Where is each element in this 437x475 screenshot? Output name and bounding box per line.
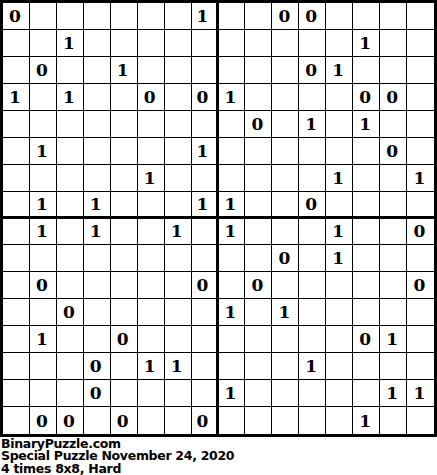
cell-r5c7[interactable]: [165, 111, 192, 138]
cell-r8c5[interactable]: [111, 192, 138, 219]
cell-r8c8: 1: [192, 192, 219, 219]
cell-r11c2: 0: [30, 272, 57, 299]
cell-r1c16[interactable]: [407, 3, 434, 30]
cell-r16c7[interactable]: [165, 407, 192, 434]
cell-r11c16: 0: [407, 272, 434, 299]
cell-r6c15: 0: [380, 138, 407, 165]
cell-r8c15[interactable]: [380, 192, 407, 219]
cell-r13c9[interactable]: [219, 326, 246, 353]
cell-r1c7[interactable]: [165, 3, 192, 30]
cell-r11c14[interactable]: [353, 272, 380, 299]
cell-r16c11[interactable]: [272, 407, 299, 434]
cell-r4c5[interactable]: [111, 84, 138, 111]
cell-r8c14[interactable]: [353, 192, 380, 219]
cell-r10c9[interactable]: [219, 245, 246, 272]
cell-r8c2: 1: [30, 192, 57, 219]
cell-r6c4[interactable]: [84, 138, 111, 165]
cell-r2c6[interactable]: [138, 30, 165, 57]
cell-r6c8: 1: [192, 138, 219, 165]
cell-r5c12: 1: [299, 111, 326, 138]
cell-r16c6[interactable]: [138, 407, 165, 434]
cell-r5c3[interactable]: [57, 111, 84, 138]
cell-r10c8[interactable]: [192, 245, 219, 272]
cell-r10c4[interactable]: [84, 245, 111, 272]
cell-r2c11[interactable]: [272, 30, 299, 57]
cell-r5c16[interactable]: [407, 111, 434, 138]
cell-r8c11[interactable]: [272, 192, 299, 219]
cell-r7c8[interactable]: [192, 165, 219, 192]
cell-r10c7[interactable]: [165, 245, 192, 272]
cell-r6c16[interactable]: [407, 138, 434, 165]
cell-r1c4[interactable]: [84, 3, 111, 30]
cell-r1c15[interactable]: [380, 3, 407, 30]
cell-r16c8: 0: [192, 407, 219, 434]
cell-r1c13[interactable]: [326, 3, 353, 30]
cell-r12c3: 0: [57, 299, 84, 326]
cell-r9c5[interactable]: [111, 219, 138, 246]
cell-r12c12[interactable]: [299, 299, 326, 326]
cell-r16c5: 0: [111, 407, 138, 434]
cell-r11c13[interactable]: [326, 272, 353, 299]
cell-r2c16[interactable]: [407, 30, 434, 57]
cell-r12c7[interactable]: [165, 299, 192, 326]
cell-r6c3[interactable]: [57, 138, 84, 165]
cell-r2c5[interactable]: [111, 30, 138, 57]
cell-r8c10[interactable]: [245, 192, 272, 219]
cell-r8c4: 1: [84, 192, 111, 219]
cell-r12c8[interactable]: [192, 299, 219, 326]
cell-r13c16[interactable]: [407, 326, 434, 353]
cell-r1c12: 0: [299, 3, 326, 30]
cell-r5c6[interactable]: [138, 111, 165, 138]
cell-r7c11[interactable]: [272, 165, 299, 192]
puzzle-page: 0100110101110010001111011111110111110010…: [0, 0, 437, 475]
cell-r15c2[interactable]: [30, 380, 57, 407]
cell-r5c2[interactable]: [30, 111, 57, 138]
cell-r15c4: 0: [84, 380, 111, 407]
cell-r7c4[interactable]: [84, 165, 111, 192]
cell-r9c13: 1: [326, 219, 353, 246]
cell-r5c5[interactable]: [111, 111, 138, 138]
cell-r15c14[interactable]: [353, 380, 380, 407]
cell-r15c5[interactable]: [111, 380, 138, 407]
cell-r14c9[interactable]: [219, 353, 246, 380]
cell-r11c10: 0: [245, 272, 272, 299]
cell-r6c10[interactable]: [245, 138, 272, 165]
cell-r11c15[interactable]: [380, 272, 407, 299]
cell-r7c15[interactable]: [380, 165, 407, 192]
cell-r13c2: 1: [30, 326, 57, 353]
cell-r10c12[interactable]: [299, 245, 326, 272]
cell-r16c14: 1: [353, 407, 380, 434]
cell-r13c13[interactable]: [326, 326, 353, 353]
cell-r6c11[interactable]: [272, 138, 299, 165]
cell-r7c7[interactable]: [165, 165, 192, 192]
cell-r16c4[interactable]: [84, 407, 111, 434]
cell-r9c10[interactable]: [245, 219, 272, 246]
cell-r2c8[interactable]: [192, 30, 219, 57]
cell-r3c13: 1: [326, 57, 353, 84]
cell-r7c12[interactable]: [299, 165, 326, 192]
cell-r8c9: 1: [219, 192, 246, 219]
cell-r4c13[interactable]: [326, 84, 353, 111]
cell-r5c14: 1: [353, 111, 380, 138]
cell-r10c6[interactable]: [138, 245, 165, 272]
cell-r11c1[interactable]: [3, 272, 30, 299]
cell-r13c5: 0: [111, 326, 138, 353]
cell-r16c1[interactable]: [3, 407, 30, 434]
cell-r14c4: 0: [84, 353, 111, 380]
cell-r1c1: 0: [3, 3, 30, 30]
cell-r14c1[interactable]: [3, 353, 30, 380]
cell-r13c4[interactable]: [84, 326, 111, 353]
cell-r14c10[interactable]: [245, 353, 272, 380]
cell-r13c10[interactable]: [245, 326, 272, 353]
cell-r15c13[interactable]: [326, 380, 353, 407]
cell-r7c14[interactable]: [353, 165, 380, 192]
cell-r4c9: 1: [219, 84, 246, 111]
cell-r6c7[interactable]: [165, 138, 192, 165]
cell-r9c1[interactable]: [3, 219, 30, 246]
cell-r2c15[interactable]: [380, 30, 407, 57]
cell-r10c2[interactable]: [30, 245, 57, 272]
cell-r11c4[interactable]: [84, 272, 111, 299]
cell-r14c6: 1: [138, 353, 165, 380]
cell-r6c12[interactable]: [299, 138, 326, 165]
cell-r13c14: 0: [353, 326, 380, 353]
cell-r15c11[interactable]: [272, 380, 299, 407]
cell-r5c11[interactable]: [272, 111, 299, 138]
cell-r6c6[interactable]: [138, 138, 165, 165]
cell-r5c9[interactable]: [219, 111, 246, 138]
cell-r14c8[interactable]: [192, 353, 219, 380]
cell-r9c15[interactable]: [380, 219, 407, 246]
cell-r1c14[interactable]: [353, 3, 380, 30]
cell-r11c12[interactable]: [299, 272, 326, 299]
cell-r5c15[interactable]: [380, 111, 407, 138]
cell-r12c5[interactable]: [111, 299, 138, 326]
cell-r15c16: 1: [407, 380, 434, 407]
cell-r4c16[interactable]: [407, 84, 434, 111]
cell-r10c3[interactable]: [57, 245, 84, 272]
cell-r1c5[interactable]: [111, 3, 138, 30]
cell-r10c15[interactable]: [380, 245, 407, 272]
cell-r16c16[interactable]: [407, 407, 434, 434]
cell-r9c16: 0: [407, 219, 434, 246]
cell-r11c8: 0: [192, 272, 219, 299]
cell-r13c8[interactable]: [192, 326, 219, 353]
cell-r3c12: 0: [299, 57, 326, 84]
cell-r3c3[interactable]: [57, 57, 84, 84]
cell-r8c7[interactable]: [165, 192, 192, 219]
cell-r15c10[interactable]: [245, 380, 272, 407]
cell-r13c15: 1: [380, 326, 407, 353]
cell-r12c1[interactable]: [3, 299, 30, 326]
cell-r16c12[interactable]: [299, 407, 326, 434]
cell-r4c14: 0: [353, 84, 380, 111]
cell-r7c3[interactable]: [57, 165, 84, 192]
cell-r11c7[interactable]: [165, 272, 192, 299]
cell-r4c8: 0: [192, 84, 219, 111]
cell-r15c9: 1: [219, 380, 246, 407]
cell-r8c12: 0: [299, 192, 326, 219]
cell-r5c13[interactable]: [326, 111, 353, 138]
cell-r16c13[interactable]: [326, 407, 353, 434]
cell-r8c13[interactable]: [326, 192, 353, 219]
cell-r14c7: 1: [165, 353, 192, 380]
cell-r4c7[interactable]: [165, 84, 192, 111]
cell-r3c10[interactable]: [245, 57, 272, 84]
cell-r15c12[interactable]: [299, 380, 326, 407]
cell-r7c16: 1: [407, 165, 434, 192]
cell-r11c6[interactable]: [138, 272, 165, 299]
cell-r2c1[interactable]: [3, 30, 30, 57]
cell-r4c11[interactable]: [272, 84, 299, 111]
cell-r14c3[interactable]: [57, 353, 84, 380]
cell-r12c13[interactable]: [326, 299, 353, 326]
cell-r2c10[interactable]: [245, 30, 272, 57]
cell-r7c2[interactable]: [30, 165, 57, 192]
cell-r5c8[interactable]: [192, 111, 219, 138]
cell-r4c12[interactable]: [299, 84, 326, 111]
cell-r9c2: 1: [30, 219, 57, 246]
cell-r1c6[interactable]: [138, 3, 165, 30]
cell-r1c11: 0: [272, 3, 299, 30]
cell-r3c11[interactable]: [272, 57, 299, 84]
cell-r16c3: 0: [57, 407, 84, 434]
cell-r2c13[interactable]: [326, 30, 353, 57]
cell-r15c6[interactable]: [138, 380, 165, 407]
cell-r6c5[interactable]: [111, 138, 138, 165]
cell-r5c10: 0: [245, 111, 272, 138]
cell-r9c3[interactable]: [57, 219, 84, 246]
cell-r9c9: 1: [219, 219, 246, 246]
cell-r10c10[interactable]: [245, 245, 272, 272]
cell-r8c1[interactable]: [3, 192, 30, 219]
cell-r9c7: 1: [165, 219, 192, 246]
cell-r2c12[interactable]: [299, 30, 326, 57]
puzzle-grid: 0100110101110010001111011111110111110010…: [0, 0, 437, 437]
cell-r3c4[interactable]: [84, 57, 111, 84]
cell-r11c5[interactable]: [111, 272, 138, 299]
cell-r12c14[interactable]: [353, 299, 380, 326]
cell-r4c2[interactable]: [30, 84, 57, 111]
cell-r13c7[interactable]: [165, 326, 192, 353]
cell-r15c8[interactable]: [192, 380, 219, 407]
cell-r12c10[interactable]: [245, 299, 272, 326]
cell-r3c8[interactable]: [192, 57, 219, 84]
cell-r11c9[interactable]: [219, 272, 246, 299]
cell-r7c1[interactable]: [3, 165, 30, 192]
cell-r2c7[interactable]: [165, 30, 192, 57]
cell-r1c10[interactable]: [245, 3, 272, 30]
cell-r15c15: 1: [380, 380, 407, 407]
cell-r1c9[interactable]: [219, 3, 246, 30]
cell-r11c11[interactable]: [272, 272, 299, 299]
cell-r7c13: 1: [326, 165, 353, 192]
cell-r4c15: 0: [380, 84, 407, 111]
cell-r9c8[interactable]: [192, 219, 219, 246]
cell-r4c1: 1: [3, 84, 30, 111]
cell-r13c3[interactable]: [57, 326, 84, 353]
cell-r4c6: 0: [138, 84, 165, 111]
cell-r2c14: 1: [353, 30, 380, 57]
cell-r7c10[interactable]: [245, 165, 272, 192]
cell-r14c14[interactable]: [353, 353, 380, 380]
cell-r7c6: 1: [138, 165, 165, 192]
cell-r9c11[interactable]: [272, 219, 299, 246]
cell-r5c4[interactable]: [84, 111, 111, 138]
cell-r13c6[interactable]: [138, 326, 165, 353]
cell-r8c16[interactable]: [407, 192, 434, 219]
cell-r10c16[interactable]: [407, 245, 434, 272]
cell-r12c11: 1: [272, 299, 299, 326]
cell-r2c4[interactable]: [84, 30, 111, 57]
cell-r8c6[interactable]: [138, 192, 165, 219]
cell-r14c16[interactable]: [407, 353, 434, 380]
cell-r13c11[interactable]: [272, 326, 299, 353]
cell-r3c2: 0: [30, 57, 57, 84]
cell-r12c15[interactable]: [380, 299, 407, 326]
cell-r9c12[interactable]: [299, 219, 326, 246]
cell-r13c12[interactable]: [299, 326, 326, 353]
cell-r7c9[interactable]: [219, 165, 246, 192]
cell-r4c4[interactable]: [84, 84, 111, 111]
cell-r11c3[interactable]: [57, 272, 84, 299]
cell-r12c2[interactable]: [30, 299, 57, 326]
cell-r4c3: 1: [57, 84, 84, 111]
cell-r7c5[interactable]: [111, 165, 138, 192]
cell-r6c2: 1: [30, 138, 57, 165]
cell-r9c6[interactable]: [138, 219, 165, 246]
cell-r4c10[interactable]: [245, 84, 272, 111]
cell-r3c9[interactable]: [219, 57, 246, 84]
cell-r3c14[interactable]: [353, 57, 380, 84]
cell-r14c11[interactable]: [272, 353, 299, 380]
cell-r16c10[interactable]: [245, 407, 272, 434]
cell-r3c5: 1: [111, 57, 138, 84]
cell-r3c6[interactable]: [138, 57, 165, 84]
cell-r12c4[interactable]: [84, 299, 111, 326]
cell-r10c11: 0: [272, 245, 299, 272]
cell-r16c9[interactable]: [219, 407, 246, 434]
cell-r14c2[interactable]: [30, 353, 57, 380]
cell-r10c13: 1: [326, 245, 353, 272]
cell-r8c3[interactable]: [57, 192, 84, 219]
cell-r13c1[interactable]: [3, 326, 30, 353]
cell-r15c1[interactable]: [3, 380, 30, 407]
cell-r9c4: 1: [84, 219, 111, 246]
cell-r6c9[interactable]: [219, 138, 246, 165]
cell-r6c1[interactable]: [3, 138, 30, 165]
cell-r16c2: 0: [30, 407, 57, 434]
cell-r1c2[interactable]: [30, 3, 57, 30]
cell-r10c14[interactable]: [353, 245, 380, 272]
puzzle-format: 4 times 8x8, Hard: [1, 463, 437, 475]
cell-r2c9[interactable]: [219, 30, 246, 57]
cell-r14c15[interactable]: [380, 353, 407, 380]
footer: BinaryPuzzle.com Special Puzzle November…: [0, 437, 437, 475]
cell-r10c1[interactable]: [3, 245, 30, 272]
cell-r1c8: 1: [192, 3, 219, 30]
cell-r6c13[interactable]: [326, 138, 353, 165]
cell-r14c5[interactable]: [111, 353, 138, 380]
cell-r3c1[interactable]: [3, 57, 30, 84]
cell-r15c7[interactable]: [165, 380, 192, 407]
cell-r10c5[interactable]: [111, 245, 138, 272]
cell-r2c2[interactable]: [30, 30, 57, 57]
cell-r15c3[interactable]: [57, 380, 84, 407]
cell-r6c14[interactable]: [353, 138, 380, 165]
cell-r9c14[interactable]: [353, 219, 380, 246]
cell-r1c3[interactable]: [57, 3, 84, 30]
cell-r14c13[interactable]: [326, 353, 353, 380]
cell-r12c9: 1: [219, 299, 246, 326]
cell-r2c3: 1: [57, 30, 84, 57]
cell-r14c12: 1: [299, 353, 326, 380]
cell-r3c16[interactable]: [407, 57, 434, 84]
cell-r3c15[interactable]: [380, 57, 407, 84]
cell-r12c16[interactable]: [407, 299, 434, 326]
cell-r12c6[interactable]: [138, 299, 165, 326]
cell-r3c7[interactable]: [165, 57, 192, 84]
cell-r16c15[interactable]: [380, 407, 407, 434]
cell-r5c1[interactable]: [3, 111, 30, 138]
